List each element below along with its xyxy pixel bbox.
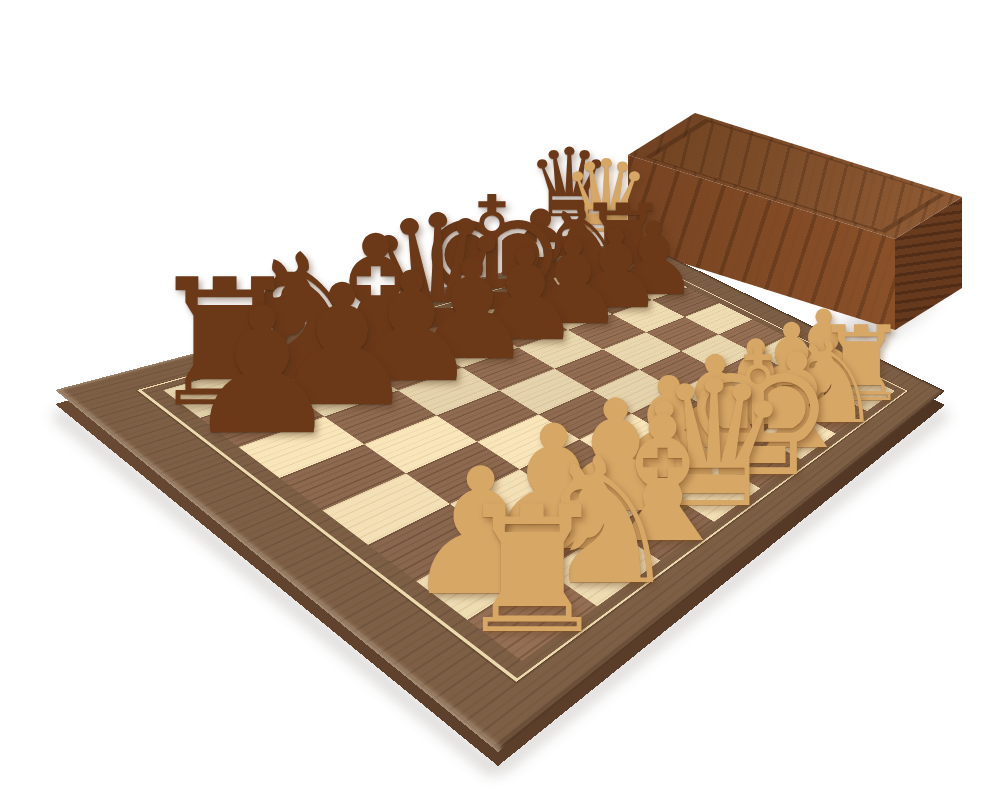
board-squares xyxy=(163,257,895,661)
chess-board xyxy=(55,238,945,752)
piece-black-queen-spare: ♛ xyxy=(526,136,611,231)
piece-white-queen-spare: ♛ xyxy=(561,147,651,247)
chess-set-photo: ♜♞♝♛♚♝♞♜♟♟♟♟♟♟♟♟♟♟♟♟♟♟♟♟♜♞♝♛♚♝♞♜♛♛ xyxy=(0,0,1000,800)
